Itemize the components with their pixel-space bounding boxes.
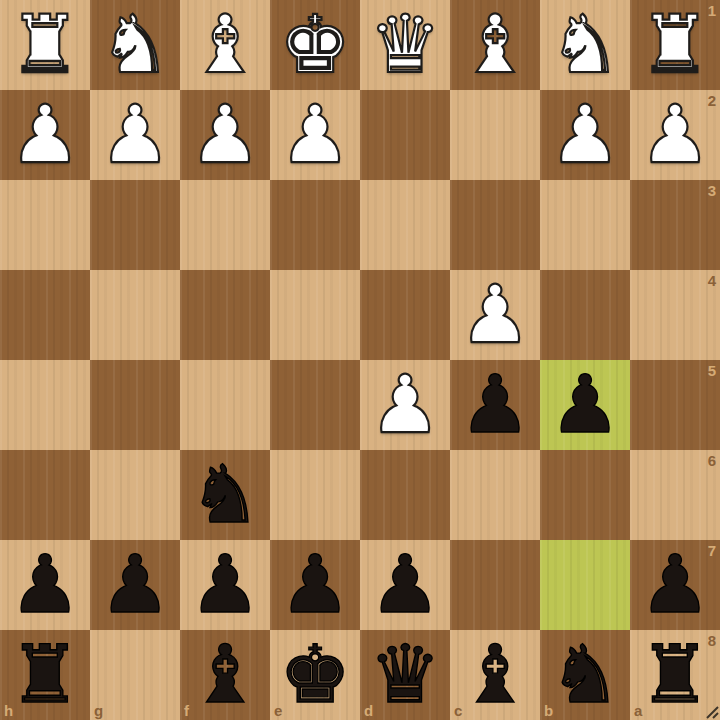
square-d2[interactable]	[360, 90, 450, 180]
square-a3[interactable]: 3	[630, 180, 720, 270]
square-b2[interactable]: ♟	[540, 90, 630, 180]
square-e3[interactable]	[270, 180, 360, 270]
piece-black-pawn[interactable]: ♟	[189, 540, 261, 630]
square-g4[interactable]	[90, 270, 180, 360]
square-b4[interactable]	[540, 270, 630, 360]
square-f5[interactable]	[180, 360, 270, 450]
square-b3[interactable]	[540, 180, 630, 270]
square-h4[interactable]	[0, 270, 90, 360]
rank-label-5: 5	[708, 363, 716, 378]
square-g5[interactable]	[90, 360, 180, 450]
square-e6[interactable]	[270, 450, 360, 540]
square-d6[interactable]	[360, 450, 450, 540]
file-label-g: g	[94, 703, 103, 718]
piece-black-rook[interactable]: ♜	[639, 630, 711, 720]
piece-black-rook[interactable]: ♜	[9, 630, 81, 720]
square-e8[interactable]: ♚e	[270, 630, 360, 720]
piece-black-knight[interactable]: ♞	[549, 630, 621, 720]
piece-black-pawn[interactable]: ♟	[279, 540, 351, 630]
square-a5[interactable]: 5	[630, 360, 720, 450]
square-g3[interactable]	[90, 180, 180, 270]
square-a1[interactable]: ♜1	[630, 0, 720, 90]
piece-black-pawn[interactable]: ♟	[369, 540, 441, 630]
piece-white-bishop[interactable]: ♝	[189, 0, 261, 90]
piece-white-knight[interactable]: ♞	[549, 0, 621, 90]
square-h6[interactable]	[0, 450, 90, 540]
square-d4[interactable]	[360, 270, 450, 360]
rank-label-6: 6	[708, 453, 716, 468]
square-a7[interactable]: ♟7	[630, 540, 720, 630]
piece-white-pawn[interactable]: ♟	[639, 90, 711, 180]
square-f3[interactable]	[180, 180, 270, 270]
square-a6[interactable]: 6	[630, 450, 720, 540]
square-a4[interactable]: 4	[630, 270, 720, 360]
square-c8[interactable]: ♝c	[450, 630, 540, 720]
piece-black-bishop[interactable]: ♝	[459, 630, 531, 720]
piece-black-pawn[interactable]: ♟	[459, 360, 531, 450]
piece-black-pawn[interactable]: ♟	[9, 540, 81, 630]
piece-white-pawn[interactable]: ♟	[9, 90, 81, 180]
square-d1[interactable]: ♛	[360, 0, 450, 90]
square-f4[interactable]	[180, 270, 270, 360]
square-e7[interactable]: ♟	[270, 540, 360, 630]
piece-black-pawn[interactable]: ♟	[549, 360, 621, 450]
square-h5[interactable]	[0, 360, 90, 450]
piece-white-knight[interactable]: ♞	[99, 0, 171, 90]
square-c2[interactable]	[450, 90, 540, 180]
piece-black-queen[interactable]: ♛	[369, 630, 441, 720]
piece-white-pawn[interactable]: ♟	[189, 90, 261, 180]
square-f2[interactable]: ♟	[180, 90, 270, 180]
square-h3[interactable]	[0, 180, 90, 270]
piece-white-pawn[interactable]: ♟	[549, 90, 621, 180]
square-g7[interactable]: ♟	[90, 540, 180, 630]
piece-black-knight[interactable]: ♞	[189, 450, 261, 540]
square-d5[interactable]: ♟	[360, 360, 450, 450]
rank-label-4: 4	[708, 273, 716, 288]
square-d7[interactable]: ♟	[360, 540, 450, 630]
square-c7[interactable]	[450, 540, 540, 630]
square-h1[interactable]: ♜	[0, 0, 90, 90]
square-c5[interactable]: ♟	[450, 360, 540, 450]
square-d3[interactable]	[360, 180, 450, 270]
square-c6[interactable]	[450, 450, 540, 540]
piece-white-pawn[interactable]: ♟	[459, 270, 531, 360]
square-c4[interactable]: ♟	[450, 270, 540, 360]
square-g6[interactable]	[90, 450, 180, 540]
piece-white-bishop[interactable]: ♝	[459, 0, 531, 90]
piece-white-rook[interactable]: ♜	[639, 0, 711, 90]
square-h7[interactable]: ♟	[0, 540, 90, 630]
piece-white-pawn[interactable]: ♟	[369, 360, 441, 450]
square-f8[interactable]: ♝f	[180, 630, 270, 720]
square-b6[interactable]	[540, 450, 630, 540]
piece-white-king[interactable]: ♚	[279, 0, 351, 90]
piece-black-pawn[interactable]: ♟	[99, 540, 171, 630]
piece-white-pawn[interactable]: ♟	[99, 90, 171, 180]
square-e4[interactable]	[270, 270, 360, 360]
board-resize-handle-icon[interactable]	[703, 703, 719, 719]
square-g1[interactable]: ♞	[90, 0, 180, 90]
square-c3[interactable]	[450, 180, 540, 270]
square-g2[interactable]: ♟	[90, 90, 180, 180]
square-c1[interactable]: ♝	[450, 0, 540, 90]
chess-board: ♜♞♝♚♛♝♞♜1♟♟♟♟♟♟23♟4♟♟♟5♞6♟♟♟♟♟♟7♜hg♝f♚e♛…	[0, 0, 720, 720]
piece-white-pawn[interactable]: ♟	[279, 90, 351, 180]
square-h8[interactable]: ♜h	[0, 630, 90, 720]
square-e5[interactable]	[270, 360, 360, 450]
rank-label-3: 3	[708, 183, 716, 198]
piece-white-rook[interactable]: ♜	[9, 0, 81, 90]
square-b1[interactable]: ♞	[540, 0, 630, 90]
square-e1[interactable]: ♚	[270, 0, 360, 90]
square-f1[interactable]: ♝	[180, 0, 270, 90]
square-b7[interactable]	[540, 540, 630, 630]
square-a2[interactable]: ♟2	[630, 90, 720, 180]
square-e2[interactable]: ♟	[270, 90, 360, 180]
piece-white-queen[interactable]: ♛	[369, 0, 441, 90]
square-b5[interactable]: ♟	[540, 360, 630, 450]
square-f7[interactable]: ♟	[180, 540, 270, 630]
piece-black-bishop[interactable]: ♝	[189, 630, 261, 720]
piece-black-pawn[interactable]: ♟	[639, 540, 711, 630]
square-h2[interactable]: ♟	[0, 90, 90, 180]
square-b8[interactable]: ♞b	[540, 630, 630, 720]
square-d8[interactable]: ♛d	[360, 630, 450, 720]
square-f6[interactable]: ♞	[180, 450, 270, 540]
square-g8[interactable]: g	[90, 630, 180, 720]
piece-black-king[interactable]: ♚	[279, 630, 351, 720]
